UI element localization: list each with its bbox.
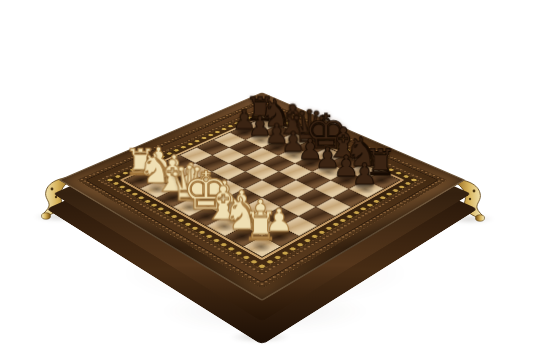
chess-board: ♜♞♝♛♚♝♞♜♟♟♟♟♟♟♟♟♟♟♟♟♟♟♟♟♜♞♝♛♚♝♞♜: [58, 92, 465, 301]
piece-white-rook[interactable]: ♜: [225, 208, 296, 248]
board-scene: ♜♞♝♛♚♝♞♜♟♟♟♟♟♟♟♟♟♟♟♟♟♟♟♟♜♞♝♛♚♝♞♜: [0, 0, 533, 355]
piece-black-pawn[interactable]: ♟: [332, 160, 397, 189]
photo-stage: ♜♞♝♛♚♝♞♜♟♟♟♟♟♟♟♟♟♟♟♟♟♟♟♟♜♞♝♛♚♝♞♜: [0, 0, 533, 355]
